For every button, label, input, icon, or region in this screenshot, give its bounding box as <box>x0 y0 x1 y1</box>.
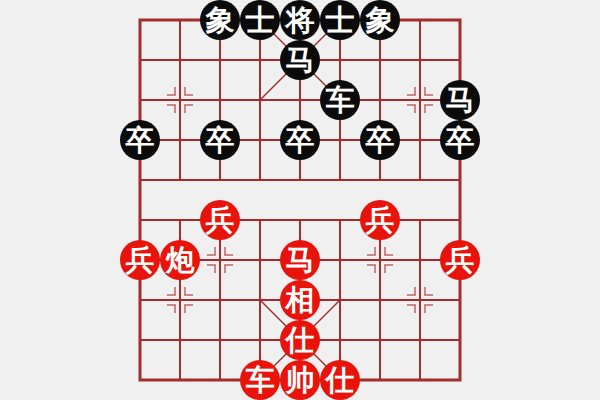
piece-red-soldier[interactable]: 兵 <box>200 200 240 240</box>
point-marker-bracket <box>184 287 193 296</box>
point-marker-bracket <box>407 304 416 313</box>
point-marker-bracket <box>407 287 416 296</box>
point-marker-bracket <box>424 287 433 296</box>
piece-red-cannon[interactable]: 炮 <box>160 240 200 280</box>
piece-black-advisor[interactable]: 士 <box>240 0 280 40</box>
piece-red-general[interactable]: 帅 <box>280 360 320 400</box>
piece-black-elephant[interactable]: 象 <box>200 0 240 40</box>
point-marker-bracket <box>184 304 193 313</box>
point-marker-bracket <box>424 104 433 113</box>
piece-black-soldier[interactable]: 卒 <box>440 120 480 160</box>
point-marker-bracket <box>424 304 433 313</box>
point-marker-bracket <box>224 264 233 273</box>
point-marker-bracket <box>167 304 176 313</box>
piece-black-soldier[interactable]: 卒 <box>120 120 160 160</box>
point-marker-bracket <box>367 264 376 273</box>
point-marker-bracket <box>167 87 176 96</box>
point-marker-bracket <box>384 264 393 273</box>
point-marker-bracket <box>384 247 393 256</box>
piece-black-soldier[interactable]: 卒 <box>360 120 400 160</box>
piece-black-horse[interactable]: 马 <box>280 40 320 80</box>
piece-black-chariot[interactable]: 车 <box>320 80 360 120</box>
piece-red-advisor[interactable]: 仕 <box>320 360 360 400</box>
point-marker-bracket <box>184 104 193 113</box>
point-marker-bracket <box>207 264 216 273</box>
point-marker-bracket <box>184 87 193 96</box>
piece-red-advisor[interactable]: 仕 <box>280 320 320 360</box>
piece-red-soldier[interactable]: 兵 <box>440 240 480 280</box>
point-marker-bracket <box>167 104 176 113</box>
piece-black-elephant[interactable]: 象 <box>360 0 400 40</box>
point-marker-bracket <box>224 247 233 256</box>
piece-black-horse[interactable]: 马 <box>440 80 480 120</box>
point-marker-bracket <box>424 87 433 96</box>
piece-red-elephant[interactable]: 相 <box>280 280 320 320</box>
piece-black-advisor[interactable]: 士 <box>320 0 360 40</box>
point-marker-bracket <box>167 287 176 296</box>
piece-black-soldier[interactable]: 卒 <box>200 120 240 160</box>
piece-red-soldier[interactable]: 兵 <box>360 200 400 240</box>
piece-black-soldier[interactable]: 卒 <box>280 120 320 160</box>
xiangqi-app: 象士将士象马车马卒卒卒卒卒兵兵兵炮马兵相仕车帅仕 <box>0 0 600 400</box>
point-marker-bracket <box>207 247 216 256</box>
point-marker-bracket <box>367 247 376 256</box>
point-marker-bracket <box>407 87 416 96</box>
piece-red-soldier[interactable]: 兵 <box>120 240 160 280</box>
piece-red-chariot[interactable]: 车 <box>240 360 280 400</box>
piece-black-general[interactable]: 将 <box>280 0 320 40</box>
piece-red-horse[interactable]: 马 <box>280 240 320 280</box>
point-marker-bracket <box>407 104 416 113</box>
xiangqi-board[interactable]: 象士将士象马车马卒卒卒卒卒兵兵兵炮马兵相仕车帅仕 <box>0 0 600 400</box>
